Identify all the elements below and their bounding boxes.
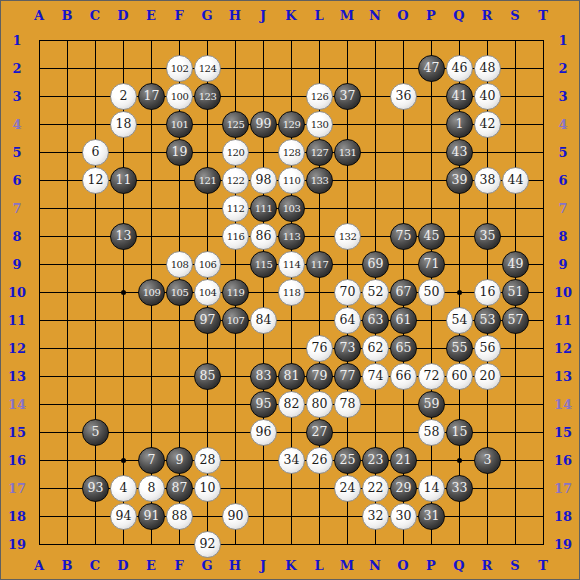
stone-white-86[interactable]: 86: [250, 223, 277, 250]
stone-white-110[interactable]: 110: [278, 167, 305, 194]
row-label-right: 10: [554, 285, 572, 300]
stone-white-62[interactable]: 62: [362, 335, 389, 362]
row-label-right: 3: [558, 89, 567, 104]
stone-black-65[interactable]: 65: [390, 335, 417, 362]
row-label-left: 9: [12, 257, 21, 272]
stone-number: 30: [396, 510, 412, 523]
stone-number: 95: [256, 398, 272, 411]
stone-number: 26: [312, 454, 328, 467]
row-label-left: 1: [12, 33, 21, 48]
col-label-top: L: [314, 8, 323, 23]
col-label-bottom: D: [117, 558, 128, 573]
col-label-bottom: A: [34, 558, 44, 573]
stone-number: 67: [396, 286, 412, 299]
stone-number: 59: [424, 398, 440, 411]
stone-number: 80: [312, 398, 328, 411]
stone-black-129[interactable]: 129: [278, 111, 305, 138]
stone-black-61[interactable]: 61: [390, 307, 417, 334]
stone-white-54[interactable]: 54: [446, 307, 473, 334]
stone-number: 83: [256, 370, 272, 383]
stone-white-26[interactable]: 26: [306, 447, 333, 474]
col-label-top: D: [117, 8, 128, 23]
star-point: [457, 290, 462, 295]
stone-number: 126: [311, 92, 329, 102]
stone-number: 8: [148, 482, 156, 495]
col-label-top: J: [260, 8, 266, 23]
stone-white-116[interactable]: 116: [222, 223, 249, 250]
stone-number: 44: [508, 174, 524, 187]
stone-white-130[interactable]: 130: [306, 111, 333, 138]
row-label-left: 4: [12, 117, 21, 132]
stone-black-11[interactable]: 11: [110, 167, 137, 194]
stone-number: 97: [200, 314, 216, 327]
stone-black-45[interactable]: 45: [418, 223, 445, 250]
stone-number: 69: [368, 258, 384, 271]
stone-white-114[interactable]: 114: [278, 251, 305, 278]
col-label-top: P: [426, 8, 436, 23]
stone-number: 17: [144, 90, 160, 103]
stone-white-44[interactable]: 44: [502, 167, 529, 194]
row-label-right: 9: [558, 257, 567, 272]
stone-number: 28: [200, 454, 216, 467]
stone-white-94[interactable]: 94: [110, 503, 137, 530]
stone-number: 124: [199, 64, 217, 74]
stone-black-127[interactable]: 127: [306, 139, 333, 166]
stone-number: 76: [312, 342, 328, 355]
stone-number: 77: [340, 370, 356, 383]
stone-white-36[interactable]: 36: [390, 83, 417, 110]
stone-black-125[interactable]: 125: [222, 111, 249, 138]
stone-white-12[interactable]: 12: [82, 167, 109, 194]
stone-black-107[interactable]: 107: [222, 307, 249, 334]
stone-white-14[interactable]: 14: [418, 475, 445, 502]
row-label-right: 18: [554, 509, 572, 524]
col-label-bottom: Q: [453, 558, 464, 573]
stone-number: 128: [283, 148, 301, 158]
stone-number: 100: [171, 92, 189, 102]
stone-white-90[interactable]: 90: [222, 503, 249, 530]
stone-number: 57: [508, 314, 524, 327]
stone-number: 108: [171, 260, 189, 270]
col-label-top: S: [510, 8, 519, 23]
row-label-left: 16: [8, 453, 26, 468]
row-label-right: 1: [558, 33, 567, 48]
stone-number: 43: [452, 146, 468, 159]
stone-black-75[interactable]: 75: [390, 223, 417, 250]
stone-black-39[interactable]: 39: [446, 167, 473, 194]
stone-white-122[interactable]: 122: [222, 167, 249, 194]
stone-black-115[interactable]: 115: [250, 251, 277, 278]
stone-black-97[interactable]: 97: [194, 307, 221, 334]
stone-black-31[interactable]: 31: [418, 503, 445, 530]
stone-number: 133: [311, 176, 329, 186]
stone-black-81[interactable]: 81: [278, 363, 305, 390]
row-label-right: 4: [558, 117, 567, 132]
col-label-bottom: M: [340, 558, 354, 573]
stone-number: 36: [396, 90, 412, 103]
stone-white-72[interactable]: 72: [418, 363, 445, 390]
stone-number: 98: [256, 174, 272, 187]
stone-number: 42: [480, 118, 496, 131]
stone-number: 78: [340, 398, 356, 411]
stone-white-88[interactable]: 88: [166, 503, 193, 530]
stone-black-23[interactable]: 23: [362, 447, 389, 474]
stone-black-5[interactable]: 5: [82, 419, 109, 446]
stone-number: 53: [480, 314, 496, 327]
stone-number: 127: [311, 148, 329, 158]
stone-number: 71: [424, 258, 440, 271]
stone-white-56[interactable]: 56: [474, 335, 501, 362]
stone-number: 119: [227, 288, 245, 298]
stone-white-118[interactable]: 118: [278, 279, 305, 306]
col-label-bottom: T: [538, 558, 548, 573]
stone-number: 86: [256, 230, 272, 243]
stone-black-95[interactable]: 95: [250, 391, 277, 418]
stone-white-60[interactable]: 60: [446, 363, 473, 390]
stone-number: 9: [176, 454, 184, 467]
stone-number: 92: [200, 538, 216, 551]
stone-black-91[interactable]: 91: [138, 503, 165, 530]
stone-white-84[interactable]: 84: [250, 307, 277, 334]
stone-black-105[interactable]: 105: [166, 279, 193, 306]
stone-black-63[interactable]: 63: [362, 307, 389, 334]
row-label-right: 12: [554, 341, 572, 356]
stone-number: 93: [88, 482, 104, 495]
stone-black-121[interactable]: 121: [194, 167, 221, 194]
stone-white-18[interactable]: 18: [110, 111, 137, 138]
stone-white-8[interactable]: 8: [138, 475, 165, 502]
stone-number: 130: [311, 120, 329, 130]
stone-number: 102: [171, 64, 189, 74]
stone-number: 132: [339, 232, 357, 242]
stone-black-73[interactable]: 73: [334, 335, 361, 362]
stone-white-32[interactable]: 32: [362, 503, 389, 530]
col-label-top: E: [146, 8, 156, 23]
stone-black-119[interactable]: 119: [222, 279, 249, 306]
col-label-top: T: [538, 8, 548, 23]
stone-white-4[interactable]: 4: [110, 475, 137, 502]
stone-black-113[interactable]: 113: [278, 223, 305, 250]
row-label-right: 6: [558, 173, 567, 188]
stone-white-98[interactable]: 98: [250, 167, 277, 194]
stone-number: 15: [452, 426, 468, 439]
stone-white-128[interactable]: 128: [278, 139, 305, 166]
col-label-top: C: [90, 8, 100, 23]
stone-number: 11: [116, 174, 132, 187]
stone-number: 22: [368, 482, 384, 495]
stone-number: 66: [396, 370, 412, 383]
stone-black-35[interactable]: 35: [474, 223, 501, 250]
stone-number: 27: [312, 426, 328, 439]
col-label-top: Q: [453, 8, 464, 23]
col-label-bottom: E: [146, 558, 156, 573]
row-label-right: 15: [554, 425, 572, 440]
stone-black-33[interactable]: 33: [446, 475, 473, 502]
stone-white-66[interactable]: 66: [390, 363, 417, 390]
stone-black-1[interactable]: 1: [446, 111, 473, 138]
stone-white-96[interactable]: 96: [250, 419, 277, 446]
stone-number: 7: [148, 454, 156, 467]
stone-black-87[interactable]: 87: [166, 475, 193, 502]
stone-number: 85: [200, 370, 216, 383]
stone-white-20[interactable]: 20: [474, 363, 501, 390]
stone-white-82[interactable]: 82: [278, 391, 305, 418]
stone-number: 58: [424, 426, 440, 439]
stone-number: 87: [172, 482, 188, 495]
col-label-top: A: [34, 8, 44, 23]
stone-black-41[interactable]: 41: [446, 83, 473, 110]
stone-black-79[interactable]: 79: [306, 363, 333, 390]
stone-black-109[interactable]: 109: [138, 279, 165, 306]
stone-number: 46: [452, 62, 468, 75]
stone-white-102[interactable]: 102: [166, 55, 193, 82]
col-label-top: K: [285, 8, 296, 23]
stone-white-28[interactable]: 28: [194, 447, 221, 474]
stone-white-70[interactable]: 70: [334, 279, 361, 306]
stone-black-57[interactable]: 57: [502, 307, 529, 334]
stone-white-80[interactable]: 80: [306, 391, 333, 418]
stone-number: 50: [424, 286, 440, 299]
stone-number: 129: [283, 120, 301, 130]
stone-number: 74: [368, 370, 384, 383]
stone-number: 61: [396, 314, 412, 327]
stone-black-25[interactable]: 25: [334, 447, 361, 474]
stone-number: 116: [227, 232, 245, 242]
stone-number: 113: [283, 232, 301, 242]
stone-white-74[interactable]: 74: [362, 363, 389, 390]
stone-white-58[interactable]: 58: [418, 419, 445, 446]
stone-white-48[interactable]: 48: [474, 55, 501, 82]
row-label-right: 17: [554, 481, 572, 496]
stone-black-85[interactable]: 85: [194, 363, 221, 390]
stone-black-19[interactable]: 19: [166, 139, 193, 166]
stone-number: 121: [199, 176, 217, 186]
stone-number: 12: [88, 174, 104, 187]
stone-number: 47: [424, 62, 440, 75]
stone-white-2[interactable]: 2: [110, 83, 137, 110]
stone-number: 14: [424, 482, 440, 495]
stone-number: 81: [284, 370, 300, 383]
stone-black-55[interactable]: 55: [446, 335, 473, 362]
stone-black-71[interactable]: 71: [418, 251, 445, 278]
stone-white-6[interactable]: 6: [82, 139, 109, 166]
stone-black-117[interactable]: 117: [306, 251, 333, 278]
stone-number: 62: [368, 342, 384, 355]
stone-white-46[interactable]: 46: [446, 55, 473, 82]
stone-number: 109: [143, 288, 161, 298]
stone-number: 110: [283, 176, 301, 186]
stone-white-50[interactable]: 50: [418, 279, 445, 306]
stone-black-37[interactable]: 37: [334, 83, 361, 110]
stone-white-108[interactable]: 108: [166, 251, 193, 278]
stone-number: 72: [424, 370, 440, 383]
stone-white-22[interactable]: 22: [362, 475, 389, 502]
stone-number: 24: [340, 482, 356, 495]
stone-black-67[interactable]: 67: [390, 279, 417, 306]
grid-line: [39, 544, 544, 545]
col-label-top: H: [229, 8, 241, 23]
stone-white-52[interactable]: 52: [362, 279, 389, 306]
stone-number: 111: [255, 204, 273, 214]
stone-number: 6: [92, 146, 100, 159]
row-label-right: 19: [554, 537, 572, 552]
stone-number: 2: [120, 90, 128, 103]
stone-number: 45: [424, 230, 440, 243]
stone-number: 122: [227, 176, 245, 186]
stone-number: 38: [480, 174, 496, 187]
stone-black-15[interactable]: 15: [446, 419, 473, 446]
stone-number: 84: [256, 314, 272, 327]
stone-number: 1: [456, 118, 464, 131]
stone-black-47[interactable]: 47: [418, 55, 445, 82]
stone-white-126[interactable]: 126: [306, 83, 333, 110]
stone-white-76[interactable]: 76: [306, 335, 333, 362]
col-label-bottom: J: [260, 558, 266, 573]
stone-black-21[interactable]: 21: [390, 447, 417, 474]
stone-white-100[interactable]: 100: [166, 83, 193, 110]
stone-black-83[interactable]: 83: [250, 363, 277, 390]
col-label-bottom: L: [314, 558, 323, 573]
stone-white-112[interactable]: 112: [222, 195, 249, 222]
stone-black-77[interactable]: 77: [334, 363, 361, 390]
row-label-left: 10: [8, 285, 26, 300]
stone-number: 29: [396, 482, 412, 495]
col-label-bottom: C: [90, 558, 100, 573]
stone-black-93[interactable]: 93: [82, 475, 109, 502]
stone-black-7[interactable]: 7: [138, 447, 165, 474]
row-label-left: 3: [12, 89, 21, 104]
stone-white-30[interactable]: 30: [390, 503, 417, 530]
stone-black-133[interactable]: 133: [306, 167, 333, 194]
stone-black-101[interactable]: 101: [166, 111, 193, 138]
col-label-bottom: K: [285, 558, 296, 573]
stone-number: 37: [340, 90, 356, 103]
stone-number: 114: [283, 260, 301, 270]
stone-black-99[interactable]: 99: [250, 111, 277, 138]
stone-black-29[interactable]: 29: [390, 475, 417, 502]
stone-number: 13: [116, 230, 132, 243]
stone-white-42[interactable]: 42: [474, 111, 501, 138]
stone-number: 52: [368, 286, 384, 299]
col-label-bottom: S: [510, 558, 519, 573]
stone-number: 79: [312, 370, 328, 383]
stone-number: 63: [368, 314, 384, 327]
stone-number: 49: [508, 258, 524, 271]
stone-number: 125: [227, 120, 245, 130]
stone-number: 54: [452, 314, 468, 327]
stone-white-34[interactable]: 34: [278, 447, 305, 474]
stone-white-106[interactable]: 106: [194, 251, 221, 278]
col-label-top: M: [340, 8, 354, 23]
stone-black-59[interactable]: 59: [418, 391, 445, 418]
row-label-right: 8: [558, 229, 567, 244]
stone-number: 10: [200, 482, 216, 495]
stone-black-27[interactable]: 27: [306, 419, 333, 446]
stone-number: 32: [368, 510, 384, 523]
stone-white-92[interactable]: 92: [194, 531, 221, 558]
stone-white-10[interactable]: 10: [194, 475, 221, 502]
col-label-top: N: [369, 8, 381, 23]
stone-white-64[interactable]: 64: [334, 307, 361, 334]
stone-white-104[interactable]: 104: [194, 279, 221, 306]
stone-white-124[interactable]: 124: [194, 55, 221, 82]
row-label-left: 8: [12, 229, 21, 244]
stone-number: 75: [396, 230, 412, 243]
stone-number: 5: [92, 426, 100, 439]
col-label-bottom: G: [201, 558, 212, 573]
stone-black-43[interactable]: 43: [446, 139, 473, 166]
stone-number: 23: [368, 454, 384, 467]
stone-black-53[interactable]: 53: [474, 307, 501, 334]
row-label-right: 13: [554, 369, 572, 384]
stone-white-24[interactable]: 24: [334, 475, 361, 502]
stone-number: 48: [480, 62, 496, 75]
stone-white-78[interactable]: 78: [334, 391, 361, 418]
stone-number: 94: [116, 510, 132, 523]
stone-white-120[interactable]: 120: [222, 139, 249, 166]
stone-number: 21: [396, 454, 412, 467]
stone-number: 88: [172, 510, 188, 523]
stone-black-49[interactable]: 49: [502, 251, 529, 278]
stone-white-38[interactable]: 38: [474, 167, 501, 194]
col-label-bottom: N: [369, 558, 381, 573]
stone-black-131[interactable]: 131: [334, 139, 361, 166]
col-label-top: O: [397, 8, 408, 23]
stone-number: 103: [283, 204, 301, 214]
stone-black-17[interactable]: 17: [138, 83, 165, 110]
star-point: [457, 458, 462, 463]
grid-line: [543, 40, 544, 545]
row-label-left: 2: [12, 61, 21, 76]
row-label-right: 5: [558, 145, 567, 160]
row-label-left: 18: [8, 509, 26, 524]
stone-black-123[interactable]: 123: [194, 83, 221, 110]
stone-number: 123: [199, 92, 217, 102]
stone-number: 41: [452, 90, 468, 103]
row-label-right: 7: [558, 201, 567, 216]
stone-black-103[interactable]: 103: [278, 195, 305, 222]
stone-number: 60: [452, 370, 468, 383]
row-label-left: 11: [8, 313, 26, 328]
stone-number: 96: [256, 426, 272, 439]
stone-black-13[interactable]: 13: [110, 223, 137, 250]
stone-number: 16: [480, 286, 496, 299]
row-label-left: 6: [12, 173, 21, 188]
stone-white-40[interactable]: 40: [474, 83, 501, 110]
stone-black-51[interactable]: 51: [502, 279, 529, 306]
stone-black-111[interactable]: 111: [250, 195, 277, 222]
stone-black-9[interactable]: 9: [166, 447, 193, 474]
col-label-bottom: P: [426, 558, 436, 573]
stone-black-69[interactable]: 69: [362, 251, 389, 278]
stone-number: 99: [256, 118, 272, 131]
stone-number: 20: [480, 370, 496, 383]
stone-white-132[interactable]: 132: [334, 223, 361, 250]
stone-number: 104: [199, 288, 217, 298]
col-label-bottom: O: [397, 558, 408, 573]
stone-white-16[interactable]: 16: [474, 279, 501, 306]
stone-number: 115: [255, 260, 273, 270]
stone-number: 39: [452, 174, 468, 187]
star-point: [121, 290, 126, 295]
row-label-right: 11: [554, 313, 572, 328]
stone-black-3[interactable]: 3: [474, 447, 501, 474]
col-label-top: F: [174, 8, 183, 23]
stone-number: 105: [171, 288, 189, 298]
stone-number: 55: [452, 342, 468, 355]
col-label-bottom: H: [229, 558, 241, 573]
go-board[interactable]: AABBCCDDEEFFGGHHJJKKLLMMNNOOPPQQRRSSTT11…: [1, 1, 579, 579]
